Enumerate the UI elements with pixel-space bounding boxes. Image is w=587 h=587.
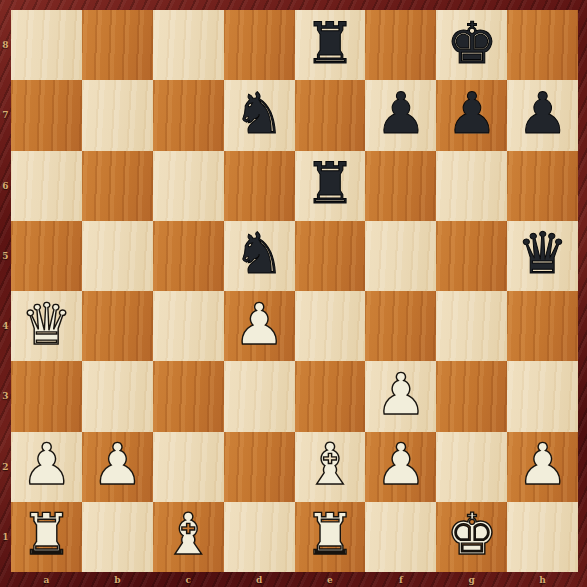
piece-black-king-g8[interactable]: ♚	[446, 15, 497, 72]
square-d1[interactable]	[224, 502, 295, 572]
square-f5[interactable]	[365, 221, 436, 291]
piece-black-rook-e8[interactable]: ♜	[304, 15, 355, 72]
square-a5[interactable]	[11, 221, 82, 291]
piece-black-rook-e6[interactable]: ♜	[304, 155, 355, 212]
square-b2[interactable]: ♟	[82, 432, 153, 502]
square-d2[interactable]	[224, 432, 295, 502]
square-f8[interactable]	[365, 10, 436, 80]
file-label-d: d	[224, 572, 295, 587]
square-c5[interactable]	[153, 221, 224, 291]
square-d4[interactable]: ♟	[224, 291, 295, 361]
square-e1[interactable]: ♜	[295, 502, 366, 572]
square-g2[interactable]	[436, 432, 507, 502]
square-f3[interactable]: ♟	[365, 361, 436, 431]
square-a7[interactable]	[11, 80, 82, 150]
square-g6[interactable]	[436, 151, 507, 221]
file-label-e: e	[295, 572, 366, 587]
file-label-a: a	[11, 572, 82, 587]
square-g5[interactable]	[436, 221, 507, 291]
rank-label-1: 1	[0, 502, 11, 572]
piece-white-pawn-h2[interactable]: ♟	[517, 436, 568, 493]
square-e5[interactable]	[295, 221, 366, 291]
piece-white-pawn-b2[interactable]: ♟	[92, 436, 143, 493]
square-h1[interactable]	[507, 502, 578, 572]
piece-white-pawn-d4[interactable]: ♟	[234, 296, 285, 353]
square-c2[interactable]	[153, 432, 224, 502]
square-h4[interactable]	[507, 291, 578, 361]
square-b5[interactable]	[82, 221, 153, 291]
piece-white-bishop-e2[interactable]: ♝	[304, 436, 355, 493]
square-f4[interactable]	[365, 291, 436, 361]
piece-black-pawn-g7[interactable]: ♟	[446, 85, 497, 142]
square-a4[interactable]: ♛	[11, 291, 82, 361]
square-c8[interactable]	[153, 10, 224, 80]
square-f2[interactable]: ♟	[365, 432, 436, 502]
square-b6[interactable]	[82, 151, 153, 221]
square-h2[interactable]: ♟	[507, 432, 578, 502]
square-c6[interactable]	[153, 151, 224, 221]
square-e2[interactable]: ♝	[295, 432, 366, 502]
piece-white-pawn-a2[interactable]: ♟	[21, 436, 72, 493]
square-b3[interactable]	[82, 361, 153, 431]
file-label-h: h	[507, 572, 578, 587]
square-e4[interactable]	[295, 291, 366, 361]
file-label-b: b	[82, 572, 153, 587]
piece-white-rook-e1[interactable]: ♜	[304, 506, 355, 563]
file-labels: abcdefgh	[11, 572, 578, 587]
piece-black-knight-d5[interactable]: ♞	[234, 225, 285, 282]
square-b7[interactable]	[82, 80, 153, 150]
square-f7[interactable]: ♟	[365, 80, 436, 150]
square-d3[interactable]	[224, 361, 295, 431]
square-d5[interactable]: ♞	[224, 221, 295, 291]
rank-label-8: 8	[0, 10, 11, 80]
square-f6[interactable]	[365, 151, 436, 221]
square-a3[interactable]	[11, 361, 82, 431]
rank-label-3: 3	[0, 361, 11, 431]
square-h7[interactable]: ♟	[507, 80, 578, 150]
square-c4[interactable]	[153, 291, 224, 361]
square-d7[interactable]: ♞	[224, 80, 295, 150]
square-h6[interactable]	[507, 151, 578, 221]
square-e7[interactable]	[295, 80, 366, 150]
square-g7[interactable]: ♟	[436, 80, 507, 150]
piece-white-pawn-f2[interactable]: ♟	[375, 436, 426, 493]
rank-label-5: 5	[0, 221, 11, 291]
chess-board: ♜♚♞♟♟♟♜♞♛♛♟♟♟♟♝♟♟♜♝♜♚	[11, 10, 578, 572]
square-b8[interactable]	[82, 10, 153, 80]
square-g8[interactable]: ♚	[436, 10, 507, 80]
square-g1[interactable]: ♚	[436, 502, 507, 572]
square-a2[interactable]: ♟	[11, 432, 82, 502]
piece-black-pawn-f7[interactable]: ♟	[375, 85, 426, 142]
square-h5[interactable]: ♛	[507, 221, 578, 291]
square-a8[interactable]	[11, 10, 82, 80]
piece-white-king-g1[interactable]: ♚	[446, 506, 497, 563]
square-e8[interactable]: ♜	[295, 10, 366, 80]
piece-black-knight-d7[interactable]: ♞	[234, 85, 285, 142]
square-g4[interactable]	[436, 291, 507, 361]
rank-labels: 87654321	[0, 10, 11, 572]
chess-board-frame: 87654321 abcdefgh ♜♚♞♟♟♟♜♞♛♛♟♟♟♟♝♟♟♜♝♜♚	[0, 0, 587, 587]
square-h8[interactable]	[507, 10, 578, 80]
piece-black-queen-h5[interactable]: ♛	[517, 225, 568, 282]
square-d6[interactable]	[224, 151, 295, 221]
piece-black-pawn-h7[interactable]: ♟	[517, 85, 568, 142]
piece-white-queen-a4[interactable]: ♛	[21, 296, 72, 353]
rank-label-7: 7	[0, 80, 11, 150]
piece-white-bishop-c1[interactable]: ♝	[163, 506, 214, 563]
rank-label-4: 4	[0, 291, 11, 361]
square-a1[interactable]: ♜	[11, 502, 82, 572]
square-f1[interactable]	[365, 502, 436, 572]
square-e3[interactable]	[295, 361, 366, 431]
file-label-g: g	[436, 572, 507, 587]
square-e6[interactable]: ♜	[295, 151, 366, 221]
piece-white-rook-a1[interactable]: ♜	[21, 506, 72, 563]
rank-label-6: 6	[0, 151, 11, 221]
square-d8[interactable]	[224, 10, 295, 80]
file-label-f: f	[365, 572, 436, 587]
file-label-c: c	[153, 572, 224, 587]
square-c1[interactable]: ♝	[153, 502, 224, 572]
square-b4[interactable]	[82, 291, 153, 361]
square-c7[interactable]	[153, 80, 224, 150]
piece-white-pawn-f3[interactable]: ♟	[375, 366, 426, 423]
rank-label-2: 2	[0, 432, 11, 502]
square-b1[interactable]	[82, 502, 153, 572]
square-g3[interactable]	[436, 361, 507, 431]
square-a6[interactable]	[11, 151, 82, 221]
square-c3[interactable]	[153, 361, 224, 431]
square-h3[interactable]	[507, 361, 578, 431]
